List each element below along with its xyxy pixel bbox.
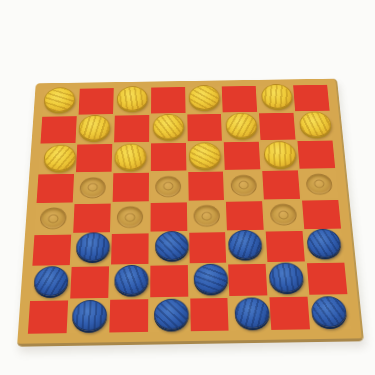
square-h8[interactable] (293, 85, 329, 111)
square-f2[interactable] (229, 264, 268, 296)
square-a1[interactable] (28, 301, 68, 334)
square-g8[interactable] (258, 85, 294, 111)
square-c5[interactable] (112, 172, 148, 201)
square-h3[interactable] (305, 231, 345, 262)
square-e5[interactable] (188, 171, 225, 200)
yellow-checker[interactable] (299, 111, 332, 137)
empty-recess (40, 208, 67, 230)
square-g4[interactable] (264, 200, 302, 230)
square-e3[interactable] (189, 233, 227, 264)
blue-checker[interactable] (306, 229, 342, 258)
square-e2[interactable] (189, 265, 227, 297)
square-g5[interactable] (262, 170, 300, 199)
square-c2[interactable] (110, 266, 148, 298)
square-f7[interactable] (223, 113, 259, 140)
square-c6[interactable] (113, 143, 149, 171)
square-f5[interactable] (225, 171, 262, 200)
square-e4[interactable] (188, 201, 225, 231)
yellow-checker[interactable] (189, 85, 220, 110)
blue-checker[interactable] (114, 265, 148, 295)
blue-checker[interactable] (76, 233, 110, 262)
square-e6[interactable] (187, 142, 223, 170)
square-d8[interactable] (151, 87, 185, 113)
square-h1[interactable] (310, 296, 351, 329)
square-d4[interactable] (150, 202, 187, 232)
square-e1[interactable] (190, 298, 229, 331)
square-f1[interactable] (230, 297, 270, 330)
empty-recess (305, 173, 333, 194)
empty-recess (269, 204, 297, 226)
yellow-checker[interactable] (261, 84, 293, 109)
board-grid (28, 85, 351, 334)
yellow-checker[interactable] (43, 144, 76, 170)
blue-checker[interactable] (228, 230, 263, 259)
square-g1[interactable] (270, 297, 310, 330)
square-a5[interactable] (37, 174, 74, 203)
square-c7[interactable] (114, 115, 149, 142)
yellow-checker[interactable] (189, 142, 221, 168)
empty-recess (117, 206, 144, 228)
square-h6[interactable] (298, 140, 336, 168)
square-d7[interactable] (151, 114, 186, 141)
square-b7[interactable] (77, 116, 113, 143)
blue-checker[interactable] (269, 263, 305, 293)
blue-checker[interactable] (194, 264, 229, 294)
square-a4[interactable] (34, 204, 72, 234)
square-e8[interactable] (186, 86, 221, 112)
blue-checker[interactable] (154, 299, 189, 330)
square-g6[interactable] (261, 141, 298, 169)
square-f4[interactable] (226, 201, 264, 231)
square-b1[interactable] (68, 300, 107, 333)
square-d5[interactable] (150, 172, 186, 201)
empty-recess (230, 174, 257, 195)
square-f3[interactable] (227, 232, 265, 263)
blue-checker[interactable] (71, 300, 107, 331)
square-b3[interactable] (72, 234, 110, 265)
yellow-checker[interactable] (263, 141, 296, 167)
yellow-checker[interactable] (43, 87, 75, 112)
square-h7[interactable] (295, 112, 332, 139)
empty-recess (193, 205, 220, 227)
square-h2[interactable] (307, 263, 347, 295)
yellow-checker[interactable] (226, 112, 258, 138)
square-g3[interactable] (266, 231, 305, 262)
square-d3[interactable] (150, 233, 187, 264)
square-b4[interactable] (73, 203, 110, 233)
yellow-checker[interactable] (152, 114, 183, 140)
square-a2[interactable] (30, 267, 69, 299)
square-a3[interactable] (32, 235, 71, 266)
square-b8[interactable] (78, 88, 113, 114)
blue-checker[interactable] (33, 266, 69, 296)
yellow-checker[interactable] (116, 86, 147, 111)
blue-checker[interactable] (235, 297, 271, 328)
square-b5[interactable] (74, 173, 111, 202)
photo-background (0, 0, 375, 375)
square-h4[interactable] (302, 200, 341, 230)
yellow-checker[interactable] (114, 143, 146, 169)
square-d1[interactable] (150, 299, 189, 332)
square-c8[interactable] (115, 88, 150, 114)
square-e7[interactable] (187, 114, 222, 141)
square-c4[interactable] (112, 203, 149, 233)
yellow-checker[interactable] (78, 115, 110, 141)
square-c3[interactable] (111, 234, 148, 265)
checkers-board (17, 79, 364, 347)
empty-recess (155, 176, 181, 197)
square-d6[interactable] (150, 143, 185, 171)
square-a8[interactable] (42, 89, 78, 115)
blue-checker[interactable] (155, 231, 189, 260)
square-f8[interactable] (222, 86, 257, 112)
square-a7[interactable] (40, 116, 76, 143)
square-a6[interactable] (39, 144, 76, 172)
square-c1[interactable] (109, 299, 148, 332)
square-b6[interactable] (76, 144, 112, 172)
square-b2[interactable] (70, 267, 109, 299)
square-g7[interactable] (259, 113, 295, 140)
square-d2[interactable] (150, 265, 188, 297)
square-g2[interactable] (268, 263, 308, 295)
empty-recess (80, 177, 107, 198)
square-f6[interactable] (224, 141, 260, 169)
blue-checker[interactable] (311, 296, 348, 327)
square-h5[interactable] (300, 169, 338, 198)
